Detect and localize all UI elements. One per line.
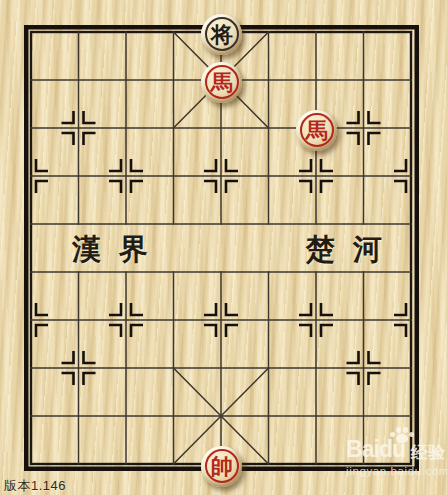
xiangqi-app-screen: 漢界 楚河 将馬馬帥 版本1.146 Baidu 经验 jingyan.baid… — [0, 0, 447, 495]
paw-icon — [390, 427, 414, 444]
baidu-jingyan-watermark: Baidu 经验 jingyan.baidu.com — [346, 438, 447, 477]
watermark-url: jingyan.baidu.com — [346, 465, 447, 477]
piece-black-general[interactable]: 将 — [201, 14, 242, 55]
jingyan-logo-text: 经验 — [411, 444, 445, 461]
piece-character: 将 — [211, 23, 233, 45]
watermark-logo-row: Baidu 经验 — [346, 438, 447, 461]
piece-red-horse-a[interactable]: 馬 — [201, 62, 242, 103]
piece-red-horse-b[interactable]: 馬 — [296, 110, 337, 151]
piece-character: 帥 — [211, 455, 233, 477]
river-label-chuhe: 楚河 — [306, 231, 400, 267]
piece-red-general[interactable]: 帥 — [201, 446, 242, 487]
piece-character: 馬 — [211, 71, 233, 93]
piece-character: 馬 — [306, 119, 328, 141]
version-label: 版本1.146 — [4, 477, 66, 495]
river-label-hanjie: 漢界 — [72, 231, 166, 267]
